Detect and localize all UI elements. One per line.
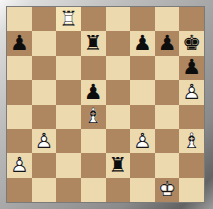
square-c5[interactable]: [56, 80, 81, 104]
square-b8[interactable]: [32, 7, 57, 31]
square-h6[interactable]: ♟: [179, 56, 204, 80]
square-f2[interactable]: [130, 153, 155, 177]
square-c2[interactable]: [56, 153, 81, 177]
square-f1[interactable]: [130, 178, 155, 202]
square-d5[interactable]: ♟: [81, 80, 106, 104]
square-d6[interactable]: [81, 56, 106, 80]
white-bishop-glyph: ♗: [81, 105, 106, 129]
square-b1[interactable]: [32, 178, 57, 202]
black-pawn-glyph: ♟: [130, 31, 155, 55]
black-pawn[interactable]: ♟: [179, 56, 204, 80]
square-g4[interactable]: [155, 105, 180, 129]
square-a4[interactable]: [7, 105, 32, 129]
black-pawn[interactable]: ♟: [155, 31, 180, 55]
square-c1[interactable]: [56, 178, 81, 202]
square-b4[interactable]: [32, 105, 57, 129]
square-e3[interactable]: [106, 129, 131, 153]
square-d7[interactable]: ♜: [81, 31, 106, 55]
square-e8[interactable]: [106, 7, 131, 31]
black-pawn-glyph: ♟: [155, 31, 180, 55]
square-c3[interactable]: [56, 129, 81, 153]
black-pawn-glyph: ♟: [7, 31, 32, 55]
white-pawn-glyph: ♙: [179, 80, 204, 104]
square-g3[interactable]: [155, 129, 180, 153]
white-pawn-glyph: ♙: [7, 153, 32, 177]
square-f3[interactable]: ♟♙: [130, 129, 155, 153]
square-d1[interactable]: [81, 178, 106, 202]
black-king[interactable]: ♚: [179, 31, 204, 55]
square-g1[interactable]: ♚♔: [155, 178, 180, 202]
square-d8[interactable]: [81, 7, 106, 31]
white-bishop[interactable]: ♝♗: [81, 105, 106, 129]
square-b2[interactable]: [32, 153, 57, 177]
white-pawn[interactable]: ♟♙: [130, 129, 155, 153]
square-a6[interactable]: [7, 56, 32, 80]
square-f4[interactable]: [130, 105, 155, 129]
white-pawn[interactable]: ♟♙: [179, 80, 204, 104]
square-h1[interactable]: [179, 178, 204, 202]
white-pawn[interactable]: ♟♙: [32, 129, 57, 153]
white-king-glyph: ♔: [155, 178, 180, 202]
square-h5[interactable]: ♟♙: [179, 80, 204, 104]
square-g7[interactable]: ♟: [155, 31, 180, 55]
black-pawn[interactable]: ♟: [81, 80, 106, 104]
square-f6[interactable]: [130, 56, 155, 80]
square-g8[interactable]: [155, 7, 180, 31]
square-b5[interactable]: [32, 80, 57, 104]
square-c7[interactable]: [56, 31, 81, 55]
square-d4[interactable]: ♝♗: [81, 105, 106, 129]
white-pawn-glyph: ♙: [32, 129, 57, 153]
square-h7[interactable]: ♚: [179, 31, 204, 55]
black-pawn[interactable]: ♟: [7, 31, 32, 55]
white-pawn[interactable]: ♟♙: [7, 153, 32, 177]
black-king-glyph: ♚: [179, 31, 204, 55]
chess-board: ♜♖♟♜♟♟♚♟♟♟♙♝♗♟♙♟♙♝♗♟♙♜♚♔: [6, 6, 205, 203]
square-a7[interactable]: ♟: [7, 31, 32, 55]
square-h8[interactable]: [179, 7, 204, 31]
square-b3[interactable]: ♟♙: [32, 129, 57, 153]
square-g2[interactable]: [155, 153, 180, 177]
black-rook[interactable]: ♜: [106, 153, 131, 177]
square-b7[interactable]: [32, 31, 57, 55]
square-c8[interactable]: ♜♖: [56, 7, 81, 31]
square-h3[interactable]: ♝♗: [179, 129, 204, 153]
square-d3[interactable]: [81, 129, 106, 153]
black-rook[interactable]: ♜: [81, 31, 106, 55]
square-e2[interactable]: ♜: [106, 153, 131, 177]
black-pawn-glyph: ♟: [81, 80, 106, 104]
white-king[interactable]: ♚♔: [155, 178, 180, 202]
square-d2[interactable]: [81, 153, 106, 177]
square-a3[interactable]: [7, 129, 32, 153]
square-g6[interactable]: [155, 56, 180, 80]
black-rook-glyph: ♜: [106, 153, 131, 177]
white-pawn-glyph: ♙: [130, 129, 155, 153]
square-b6[interactable]: [32, 56, 57, 80]
square-a1[interactable]: [7, 178, 32, 202]
square-e1[interactable]: [106, 178, 131, 202]
square-a2[interactable]: ♟♙: [7, 153, 32, 177]
white-bishop[interactable]: ♝♗: [179, 129, 204, 153]
square-f8[interactable]: [130, 7, 155, 31]
square-a8[interactable]: [7, 7, 32, 31]
square-c4[interactable]: [56, 105, 81, 129]
square-e7[interactable]: [106, 31, 131, 55]
square-h4[interactable]: [179, 105, 204, 129]
chess-app-window: ♜♖♟♜♟♟♚♟♟♟♙♝♗♟♙♟♙♝♗♟♙♜♚♔: [0, 0, 213, 209]
square-c6[interactable]: [56, 56, 81, 80]
black-pawn-glyph: ♟: [179, 56, 204, 80]
square-h2[interactable]: [179, 153, 204, 177]
square-f7[interactable]: ♟: [130, 31, 155, 55]
square-a5[interactable]: [7, 80, 32, 104]
black-pawn[interactable]: ♟: [130, 31, 155, 55]
white-rook-glyph: ♖: [56, 7, 81, 31]
square-e4[interactable]: [106, 105, 131, 129]
square-e5[interactable]: [106, 80, 131, 104]
square-f5[interactable]: [130, 80, 155, 104]
square-e6[interactable]: [106, 56, 131, 80]
black-rook-glyph: ♜: [81, 31, 106, 55]
white-rook[interactable]: ♜♖: [56, 7, 81, 31]
square-g5[interactable]: [155, 80, 180, 104]
white-bishop-glyph: ♗: [179, 129, 204, 153]
